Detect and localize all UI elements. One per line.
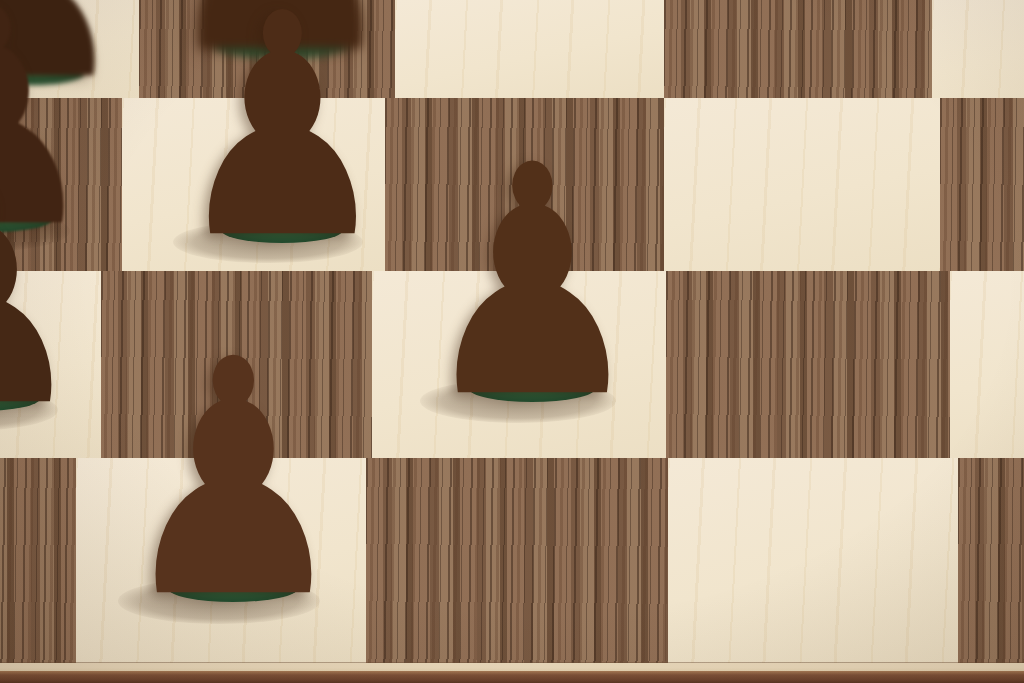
- board-frame-edge: [0, 671, 1024, 683]
- square-r4-c1-dark: [0, 458, 76, 664]
- square-r3-c4-dark: [666, 271, 950, 458]
- dark-pawn-glyph: ♟: [159, 0, 405, 280]
- square-r3-c5-light: [950, 271, 1024, 458]
- square-r1-c4-dark: [664, 0, 932, 98]
- square-r2-c5-dark: [940, 98, 1024, 271]
- square-r2-c4-light: [664, 98, 940, 271]
- pawn-center: ♟: [374, 124, 691, 441]
- dark-pawn-glyph: ♟: [405, 124, 659, 441]
- dark-pawn-glyph: ♟: [103, 317, 363, 642]
- pawn-bottom-left: ♟: [71, 317, 396, 642]
- square-r4-c3-dark: [366, 458, 668, 664]
- square-r1-c5-light: [932, 0, 1024, 98]
- chessboard-photo: ♟♟♟♟♟♟♟: [0, 0, 1024, 683]
- square-r4-c4-light: [668, 458, 958, 664]
- square-r4-c5-dark: [958, 458, 1024, 664]
